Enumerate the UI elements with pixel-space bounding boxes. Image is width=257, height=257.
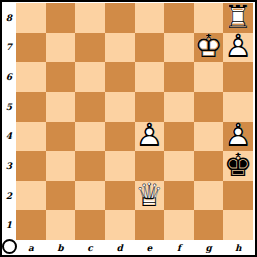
square-c7[interactable] [75, 33, 105, 63]
square-g2[interactable] [194, 181, 224, 211]
rank-label-1: 1 [2, 210, 16, 240]
square-h2[interactable] [223, 181, 253, 211]
rank-label-7: 7 [2, 33, 16, 63]
white-queen[interactable]: ♕ [135, 180, 165, 210]
rank-label-2: 2 [2, 181, 16, 211]
file-label-d: d [105, 240, 135, 255]
square-e8[interactable] [135, 3, 165, 33]
rank-labels: 87654321 [2, 3, 16, 240]
square-f5[interactable] [164, 92, 194, 122]
square-c5[interactable] [75, 92, 105, 122]
square-a2[interactable] [16, 181, 46, 211]
square-a6[interactable] [16, 62, 46, 92]
file-label-f: f [164, 240, 194, 255]
square-f1[interactable] [164, 210, 194, 240]
square-b1[interactable] [46, 210, 76, 240]
square-d6[interactable] [105, 62, 135, 92]
black-king[interactable]: ♚ [223, 150, 253, 180]
square-g1[interactable] [194, 210, 224, 240]
square-d1[interactable] [105, 210, 135, 240]
square-c3[interactable] [75, 151, 105, 181]
square-b2[interactable] [46, 181, 76, 211]
square-c4[interactable] [75, 122, 105, 152]
rank-label-3: 3 [2, 151, 16, 181]
chess-board: ♜♖♚♔♟♙♟♙♟♙♚♛♕ [16, 3, 253, 240]
square-a5[interactable] [16, 92, 46, 122]
square-b6[interactable] [46, 62, 76, 92]
chess-diagram: 87654321 ♜♖♚♔♟♙♟♙♟♙♚♛♕ abcdefgh [0, 0, 257, 257]
square-e1[interactable] [135, 210, 165, 240]
square-f2[interactable] [164, 181, 194, 211]
square-f4[interactable] [164, 122, 194, 152]
file-label-a: a [16, 240, 46, 255]
rank-label-4: 4 [2, 122, 16, 152]
square-e4[interactable]: ♟♙ [135, 122, 165, 152]
square-d4[interactable] [105, 122, 135, 152]
square-a1[interactable] [16, 210, 46, 240]
square-b8[interactable] [46, 3, 76, 33]
square-h6[interactable] [223, 62, 253, 92]
square-d7[interactable] [105, 33, 135, 63]
square-f3[interactable] [164, 151, 194, 181]
square-f7[interactable] [164, 33, 194, 63]
white-pawn[interactable]: ♙ [223, 32, 253, 62]
square-b4[interactable] [46, 122, 76, 152]
file-label-e: e [135, 240, 165, 255]
file-label-c: c [75, 240, 105, 255]
square-c8[interactable] [75, 3, 105, 33]
square-a4[interactable] [16, 122, 46, 152]
square-g5[interactable] [194, 92, 224, 122]
square-d8[interactable] [105, 3, 135, 33]
square-b5[interactable] [46, 92, 76, 122]
square-f6[interactable] [164, 62, 194, 92]
square-f8[interactable] [164, 3, 194, 33]
file-label-g: g [194, 240, 224, 255]
square-b3[interactable] [46, 151, 76, 181]
side-to-move-indicator [2, 239, 17, 254]
square-g6[interactable] [194, 62, 224, 92]
rank-label-8: 8 [2, 3, 16, 33]
rank-label-5: 5 [2, 92, 16, 122]
square-c6[interactable] [75, 62, 105, 92]
square-a8[interactable] [16, 3, 46, 33]
square-e7[interactable] [135, 33, 165, 63]
square-g3[interactable] [194, 151, 224, 181]
square-a3[interactable] [16, 151, 46, 181]
square-d2[interactable] [105, 181, 135, 211]
square-d5[interactable] [105, 92, 135, 122]
square-h1[interactable] [223, 210, 253, 240]
file-label-b: b [46, 240, 76, 255]
square-c2[interactable] [75, 181, 105, 211]
square-h3[interactable]: ♚ [223, 151, 253, 181]
square-e6[interactable] [135, 62, 165, 92]
square-e2[interactable]: ♛♕ [135, 181, 165, 211]
white-pawn[interactable]: ♙ [135, 121, 165, 151]
square-g7[interactable]: ♚♔ [194, 33, 224, 63]
square-a7[interactable] [16, 33, 46, 63]
square-c1[interactable] [75, 210, 105, 240]
square-h7[interactable]: ♟♙ [223, 33, 253, 63]
file-label-h: h [223, 240, 253, 255]
rank-label-6: 6 [2, 62, 16, 92]
white-king[interactable]: ♔ [194, 32, 224, 62]
file-labels: abcdefgh [16, 240, 253, 255]
square-g4[interactable] [194, 122, 224, 152]
square-b7[interactable] [46, 33, 76, 63]
square-d3[interactable] [105, 151, 135, 181]
